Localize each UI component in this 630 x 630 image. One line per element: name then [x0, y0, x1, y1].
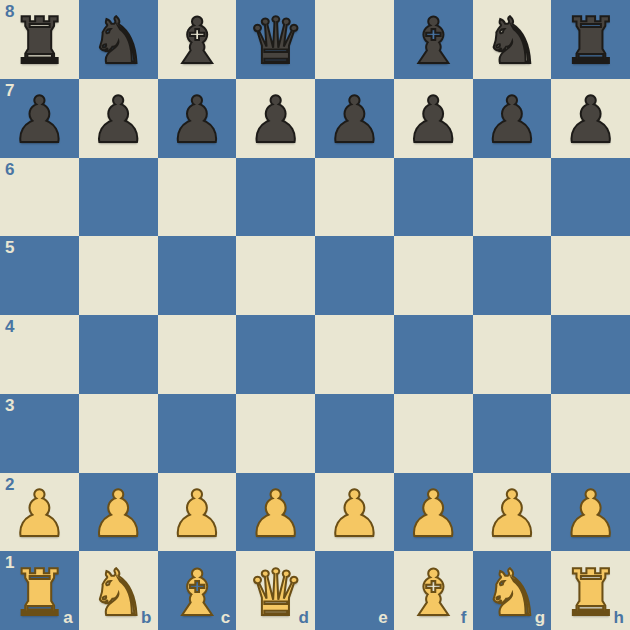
- piece-white-knight[interactable]: ♞: [483, 561, 540, 625]
- square-a1[interactable]: 1a♜: [0, 551, 79, 630]
- square-f4[interactable]: [394, 315, 473, 394]
- square-g8[interactable]: ♞: [473, 0, 552, 79]
- square-g2[interactable]: ♟: [473, 473, 552, 552]
- square-e7[interactable]: ♟: [315, 79, 394, 158]
- square-c2[interactable]: ♟: [158, 473, 237, 552]
- square-h5[interactable]: [551, 236, 630, 315]
- square-d5[interactable]: [236, 236, 315, 315]
- square-c7[interactable]: ♟: [158, 79, 237, 158]
- piece-white-rook[interactable]: ♜: [562, 561, 619, 625]
- rank-label-3: 3: [5, 396, 14, 416]
- square-h6[interactable]: [551, 158, 630, 237]
- square-f8[interactable]: ♝: [394, 0, 473, 79]
- piece-white-pawn[interactable]: ♟: [89, 482, 146, 546]
- piece-white-knight[interactable]: ♞: [89, 561, 146, 625]
- square-b8[interactable]: ♞: [79, 0, 158, 79]
- piece-black-bishop[interactable]: ♝: [404, 9, 461, 73]
- square-a6[interactable]: 6: [0, 158, 79, 237]
- piece-white-bishop[interactable]: ♝: [168, 561, 225, 625]
- rank-label-5: 5: [5, 238, 14, 258]
- square-b3[interactable]: [79, 394, 158, 473]
- piece-white-rook[interactable]: ♜: [11, 561, 68, 625]
- chess-board: 8♜♞♝♛♝♞♜7♟♟♟♟♟♟♟♟65432♟♟♟♟♟♟♟♟1a♜b♞c♝d♛e…: [0, 0, 630, 630]
- piece-black-bishop[interactable]: ♝: [168, 9, 225, 73]
- square-a4[interactable]: 4: [0, 315, 79, 394]
- square-g6[interactable]: [473, 158, 552, 237]
- square-b1[interactable]: b♞: [79, 551, 158, 630]
- piece-black-pawn[interactable]: ♟: [483, 88, 540, 152]
- square-e1[interactable]: e: [315, 551, 394, 630]
- square-c8[interactable]: ♝: [158, 0, 237, 79]
- piece-black-knight[interactable]: ♞: [483, 9, 540, 73]
- square-c5[interactable]: [158, 236, 237, 315]
- square-h7[interactable]: ♟: [551, 79, 630, 158]
- square-g1[interactable]: g♞: [473, 551, 552, 630]
- piece-white-bishop[interactable]: ♝: [404, 561, 461, 625]
- square-e5[interactable]: [315, 236, 394, 315]
- square-b2[interactable]: ♟: [79, 473, 158, 552]
- square-b7[interactable]: ♟: [79, 79, 158, 158]
- square-e2[interactable]: ♟: [315, 473, 394, 552]
- square-d3[interactable]: [236, 394, 315, 473]
- square-c6[interactable]: [158, 158, 237, 237]
- square-f2[interactable]: ♟: [394, 473, 473, 552]
- square-h2[interactable]: ♟: [551, 473, 630, 552]
- square-e4[interactable]: [315, 315, 394, 394]
- square-a3[interactable]: 3: [0, 394, 79, 473]
- square-h1[interactable]: h♜: [551, 551, 630, 630]
- square-f7[interactable]: ♟: [394, 79, 473, 158]
- square-h8[interactable]: ♜: [551, 0, 630, 79]
- piece-black-rook[interactable]: ♜: [562, 9, 619, 73]
- square-b4[interactable]: [79, 315, 158, 394]
- square-h3[interactable]: [551, 394, 630, 473]
- square-e6[interactable]: [315, 158, 394, 237]
- piece-black-pawn[interactable]: ♟: [89, 88, 146, 152]
- piece-black-pawn[interactable]: ♟: [168, 88, 225, 152]
- square-g5[interactable]: [473, 236, 552, 315]
- piece-black-pawn[interactable]: ♟: [562, 88, 619, 152]
- piece-white-pawn[interactable]: ♟: [562, 482, 619, 546]
- piece-black-queen[interactable]: ♛: [247, 9, 304, 73]
- piece-white-pawn[interactable]: ♟: [11, 482, 68, 546]
- square-f3[interactable]: [394, 394, 473, 473]
- file-label-e: e: [378, 608, 387, 628]
- square-e3[interactable]: [315, 394, 394, 473]
- piece-black-pawn[interactable]: ♟: [11, 88, 68, 152]
- square-g7[interactable]: ♟: [473, 79, 552, 158]
- piece-white-queen[interactable]: ♛: [247, 561, 304, 625]
- piece-white-pawn[interactable]: ♟: [168, 482, 225, 546]
- square-a2[interactable]: 2♟: [0, 473, 79, 552]
- piece-black-rook[interactable]: ♜: [11, 9, 68, 73]
- square-d8[interactable]: ♛: [236, 0, 315, 79]
- piece-white-pawn[interactable]: ♟: [326, 482, 383, 546]
- piece-black-knight[interactable]: ♞: [89, 9, 146, 73]
- square-b5[interactable]: [79, 236, 158, 315]
- square-h4[interactable]: [551, 315, 630, 394]
- square-g4[interactable]: [473, 315, 552, 394]
- square-a5[interactable]: 5: [0, 236, 79, 315]
- square-f1[interactable]: f♝: [394, 551, 473, 630]
- square-d6[interactable]: [236, 158, 315, 237]
- square-d2[interactable]: ♟: [236, 473, 315, 552]
- rank-label-4: 4: [5, 317, 14, 337]
- piece-black-pawn[interactable]: ♟: [247, 88, 304, 152]
- square-c4[interactable]: [158, 315, 237, 394]
- square-a7[interactable]: 7♟: [0, 79, 79, 158]
- square-a8[interactable]: 8♜: [0, 0, 79, 79]
- square-c1[interactable]: c♝: [158, 551, 237, 630]
- square-g3[interactable]: [473, 394, 552, 473]
- square-d4[interactable]: [236, 315, 315, 394]
- square-e8[interactable]: [315, 0, 394, 79]
- square-f5[interactable]: [394, 236, 473, 315]
- square-c3[interactable]: [158, 394, 237, 473]
- square-d7[interactable]: ♟: [236, 79, 315, 158]
- square-d1[interactable]: d♛: [236, 551, 315, 630]
- piece-white-pawn[interactable]: ♟: [404, 482, 461, 546]
- piece-black-pawn[interactable]: ♟: [326, 88, 383, 152]
- rank-label-6: 6: [5, 160, 14, 180]
- square-f6[interactable]: [394, 158, 473, 237]
- piece-white-pawn[interactable]: ♟: [483, 482, 540, 546]
- square-b6[interactable]: [79, 158, 158, 237]
- piece-black-pawn[interactable]: ♟: [404, 88, 461, 152]
- piece-white-pawn[interactable]: ♟: [247, 482, 304, 546]
